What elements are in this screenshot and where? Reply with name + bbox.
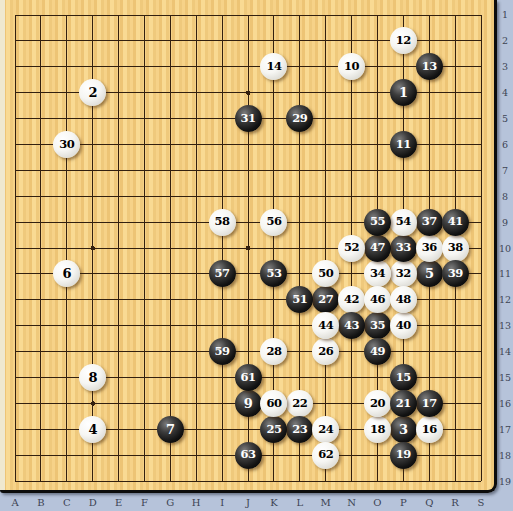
stone-white-34-O11: 34 <box>364 260 391 287</box>
stone-white-16-Q17: 16 <box>416 416 443 443</box>
stone-white-40-P13: 40 <box>390 312 417 339</box>
stone-black-51-L12: 51 <box>286 286 313 313</box>
stone-white-2-D4: 2 <box>79 79 106 106</box>
col-label-L: L <box>287 493 313 511</box>
stone-black-1-P4: 1 <box>390 79 417 106</box>
row-label-8: 8 <box>497 183 513 209</box>
stone-black-63-J18: 63 <box>235 442 262 469</box>
row-label-1: 1 <box>497 2 513 28</box>
col-label-B: B <box>28 493 54 511</box>
stone-black-39-R11: 39 <box>442 260 469 287</box>
row-label-10: 10 <box>497 235 513 261</box>
stone-white-24-M17: 24 <box>312 416 339 443</box>
stone-white-12-P2: 12 <box>390 27 417 54</box>
stone-black-23-L17: 23 <box>286 416 313 443</box>
row-labels: 12345678910111213141516171819 <box>497 2 513 494</box>
row-label-2: 2 <box>497 28 513 54</box>
stone-black-19-P18: 19 <box>390 442 417 469</box>
stone-black-41-R9: 41 <box>442 209 469 236</box>
row-label-11: 11 <box>497 261 513 287</box>
stone-black-31-J5: 31 <box>235 105 262 132</box>
stone-white-4-D17: 4 <box>79 416 106 443</box>
col-label-O: O <box>365 493 391 511</box>
col-label-K: K <box>261 493 287 511</box>
row-label-15: 15 <box>497 365 513 391</box>
row-label-7: 7 <box>497 157 513 183</box>
stone-white-50-M11: 50 <box>312 260 339 287</box>
stone-white-48-P12: 48 <box>390 286 417 313</box>
stone-white-62-M18: 62 <box>312 442 339 469</box>
col-label-M: M <box>313 493 339 511</box>
stone-white-26-M14: 26 <box>312 338 339 365</box>
stone-black-13-Q3: 13 <box>416 53 443 80</box>
stone-black-49-O14: 49 <box>364 338 391 365</box>
stone-black-11-P6: 11 <box>390 131 417 158</box>
stone-white-46-O12: 46 <box>364 286 391 313</box>
stone-black-21-P16: 21 <box>390 390 417 417</box>
row-label-3: 3 <box>497 54 513 80</box>
stone-white-8-D15: 8 <box>79 364 106 391</box>
stone-white-54-P9: 54 <box>390 209 417 236</box>
go-board[interactable]: 1234567891011121314151617181920212223242… <box>0 0 497 493</box>
stone-white-32-P11: 32 <box>390 260 417 287</box>
stone-white-58-I9: 58 <box>209 209 236 236</box>
stone-black-25-K17: 25 <box>260 416 287 443</box>
stone-white-44-M13: 44 <box>312 312 339 339</box>
col-label-I: I <box>209 493 235 511</box>
stone-white-38-R10: 38 <box>442 235 469 262</box>
row-label-13: 13 <box>497 313 513 339</box>
col-label-G: G <box>157 493 183 511</box>
stone-black-7-G17: 7 <box>157 416 184 443</box>
stone-black-5-Q11: 5 <box>416 260 443 287</box>
stone-black-61-J15: 61 <box>235 364 262 391</box>
col-label-E: E <box>106 493 132 511</box>
stone-white-22-L16: 22 <box>286 390 313 417</box>
stone-black-27-M12: 27 <box>312 286 339 313</box>
stone-white-36-Q10: 36 <box>416 235 443 262</box>
stone-black-37-Q9: 37 <box>416 209 443 236</box>
col-label-C: C <box>54 493 80 511</box>
col-label-A: A <box>2 493 28 511</box>
row-label-19: 19 <box>497 468 513 494</box>
col-label-P: P <box>390 493 416 511</box>
stone-white-18-O17: 18 <box>364 416 391 443</box>
stone-white-30-C6: 30 <box>53 131 80 158</box>
stone-black-17-Q16: 17 <box>416 390 443 417</box>
stone-white-56-K9: 56 <box>260 209 287 236</box>
stone-white-6-C11: 6 <box>53 260 80 287</box>
col-label-N: N <box>339 493 365 511</box>
stone-black-3-P17: 3 <box>390 416 417 443</box>
row-label-9: 9 <box>497 209 513 235</box>
col-label-F: F <box>132 493 158 511</box>
stone-white-14-K3: 14 <box>260 53 287 80</box>
row-label-17: 17 <box>497 416 513 442</box>
stone-white-28-K14: 28 <box>260 338 287 365</box>
stone-black-57-I11: 57 <box>209 260 236 287</box>
stone-black-47-O10: 47 <box>364 235 391 262</box>
stones-layer: 1234567891011121314151617181920212223242… <box>2 2 494 494</box>
row-label-5: 5 <box>497 106 513 132</box>
row-label-6: 6 <box>497 132 513 158</box>
stone-white-10-N3: 10 <box>338 53 365 80</box>
stone-black-43-N13: 43 <box>338 312 365 339</box>
stone-black-15-P15: 15 <box>390 364 417 391</box>
kifu-viewer: 1234567891011121314151617181920212223242… <box>0 0 513 511</box>
row-label-14: 14 <box>497 339 513 365</box>
column-labels: ABCDEFGHIJKLMNOPQRS <box>2 493 494 511</box>
col-label-R: R <box>442 493 468 511</box>
col-label-S: S <box>468 493 494 511</box>
stone-white-52-N10: 52 <box>338 235 365 262</box>
col-label-J: J <box>235 493 261 511</box>
row-label-4: 4 <box>497 80 513 106</box>
stone-black-33-P10: 33 <box>390 235 417 262</box>
stone-black-9-J16: 9 <box>235 390 262 417</box>
stone-white-42-N12: 42 <box>338 286 365 313</box>
row-label-12: 12 <box>497 287 513 313</box>
stone-black-59-I14: 59 <box>209 338 236 365</box>
stone-white-60-K16: 60 <box>260 390 287 417</box>
row-label-18: 18 <box>497 442 513 468</box>
stone-black-35-O13: 35 <box>364 312 391 339</box>
col-label-Q: Q <box>416 493 442 511</box>
col-label-H: H <box>183 493 209 511</box>
stone-black-55-O9: 55 <box>364 209 391 236</box>
stone-black-53-K11: 53 <box>260 260 287 287</box>
stone-white-20-O16: 20 <box>364 390 391 417</box>
col-label-D: D <box>80 493 106 511</box>
stone-black-29-L5: 29 <box>286 105 313 132</box>
row-label-16: 16 <box>497 390 513 416</box>
